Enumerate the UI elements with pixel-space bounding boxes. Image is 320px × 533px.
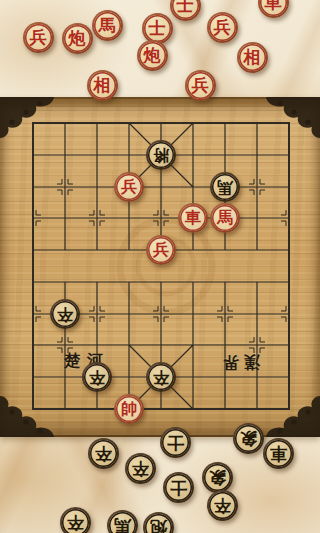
piece-glyph: 兵 <box>30 29 47 46</box>
captured-piece-black: 象 <box>202 462 233 493</box>
game-screen: 楚河 漢界 將兵馬車馬兵卒卒卒帥 兵炮馬士士兵車炮相相兵卒士象車卒士象卒卒馬炮 <box>0 0 320 533</box>
captured-piece-red: 車 <box>258 0 289 18</box>
piece-glyph: 卒 <box>57 306 73 322</box>
captured-piece-black: 卒 <box>88 438 119 469</box>
piece-face: 炮 <box>139 42 166 69</box>
piece-face: 士 <box>162 429 189 456</box>
piece-face: 相 <box>239 44 266 71</box>
piece-glyph: 象 <box>209 469 226 486</box>
piece-glyph: 炮 <box>150 519 167 533</box>
piece-face: 馬 <box>94 12 121 39</box>
captured-piece-red: 兵 <box>185 70 216 101</box>
piece-face: 馬 <box>212 205 238 231</box>
piece-face: 卒 <box>62 509 89 533</box>
board-piece-black[interactable]: 卒 <box>82 362 112 392</box>
piece-glyph: 兵 <box>153 242 169 258</box>
piece-glyph: 馬 <box>99 17 116 34</box>
captured-piece-red: 士 <box>142 13 173 44</box>
piece-glyph: 兵 <box>121 179 137 195</box>
piece-glyph: 卒 <box>214 497 231 514</box>
piece-glyph: 炮 <box>69 30 86 47</box>
piece-glyph: 馬 <box>114 517 131 533</box>
captured-piece-red: 炮 <box>137 40 168 71</box>
board-piece-black[interactable]: 卒 <box>146 362 176 392</box>
piece-glyph: 卒 <box>89 369 105 385</box>
piece-glyph: 卒 <box>95 445 112 462</box>
piece-glyph: 相 <box>94 77 111 94</box>
piece-face: 卒 <box>148 364 174 390</box>
captured-piece-red: 士 <box>170 0 201 21</box>
board-piece-black[interactable]: 卒 <box>50 299 80 329</box>
piece-face: 將 <box>148 142 174 168</box>
piece-face: 炮 <box>145 514 172 533</box>
piece-glyph: 馬 <box>217 179 233 195</box>
piece-face: 兵 <box>25 24 52 51</box>
piece-glyph: 士 <box>149 20 166 37</box>
corner-ornament-bottom-right <box>266 396 320 437</box>
piece-face: 士 <box>165 474 192 501</box>
piece-glyph: 士 <box>167 434 184 451</box>
piece-glyph: 士 <box>170 479 187 496</box>
captured-piece-red: 炮 <box>62 23 93 54</box>
captured-piece-black: 卒 <box>125 453 156 484</box>
river-watermark <box>120 220 212 312</box>
captured-piece-black: 士 <box>163 472 194 503</box>
piece-face: 卒 <box>90 440 117 467</box>
captured-piece-red: 馬 <box>92 10 123 41</box>
captured-piece-red: 相 <box>237 42 268 73</box>
board-piece-red[interactable]: 帥 <box>114 394 144 424</box>
piece-face: 炮 <box>64 25 91 52</box>
piece-glyph: 車 <box>270 445 287 462</box>
board-piece-red[interactable]: 兵 <box>146 235 176 265</box>
piece-face: 車 <box>180 205 206 231</box>
captured-piece-red: 相 <box>87 70 118 101</box>
piece-face: 車 <box>260 0 287 16</box>
piece-glyph: 象 <box>240 430 257 447</box>
piece-glyph: 將 <box>153 147 169 163</box>
piece-face: 卒 <box>127 455 154 482</box>
piece-face: 卒 <box>52 301 78 327</box>
piece-face: 帥 <box>116 396 142 422</box>
captured-piece-red: 兵 <box>207 12 238 43</box>
piece-face: 士 <box>144 15 171 42</box>
piece-glyph: 卒 <box>153 369 169 385</box>
captured-piece-red: 兵 <box>23 22 54 53</box>
piece-glyph: 相 <box>244 49 261 66</box>
piece-glyph: 帥 <box>121 401 137 417</box>
captured-piece-black: 士 <box>160 427 191 458</box>
piece-face: 兵 <box>116 174 142 200</box>
captured-piece-black: 卒 <box>207 490 238 521</box>
board-piece-black[interactable]: 馬 <box>210 172 240 202</box>
piece-face: 兵 <box>148 237 174 263</box>
piece-face: 車 <box>265 440 292 467</box>
piece-glyph: 炮 <box>144 47 161 64</box>
board-piece-red[interactable]: 馬 <box>210 203 240 233</box>
corner-ornament-top-left <box>0 97 54 138</box>
piece-glyph: 士 <box>177 0 194 14</box>
piece-face: 兵 <box>187 72 214 99</box>
piece-face: 兵 <box>209 14 236 41</box>
river-label-right: 漢界 <box>218 351 260 372</box>
piece-face: 卒 <box>209 492 236 519</box>
piece-glyph: 卒 <box>132 460 149 477</box>
captured-piece-black: 象 <box>233 423 264 454</box>
corner-ornament-bottom-left <box>0 396 54 437</box>
corner-ornament-top-right <box>266 97 320 138</box>
piece-face: 馬 <box>109 512 136 533</box>
piece-face: 卒 <box>84 364 110 390</box>
board-piece-black[interactable]: 將 <box>146 140 176 170</box>
captured-piece-black: 車 <box>263 438 294 469</box>
piece-glyph: 馬 <box>217 210 233 226</box>
captured-piece-black: 炮 <box>143 512 174 533</box>
board-piece-red[interactable]: 車 <box>178 203 208 233</box>
board-piece-red[interactable]: 兵 <box>114 172 144 202</box>
captured-piece-black: 馬 <box>107 510 138 533</box>
piece-glyph: 兵 <box>214 19 231 36</box>
piece-glyph: 車 <box>185 210 201 226</box>
captured-piece-black: 卒 <box>60 507 91 533</box>
piece-face: 士 <box>172 0 199 19</box>
piece-face: 象 <box>204 464 231 491</box>
piece-glyph: 車 <box>265 0 282 11</box>
piece-glyph: 卒 <box>67 514 84 531</box>
piece-face: 象 <box>235 425 262 452</box>
piece-face: 相 <box>89 72 116 99</box>
piece-glyph: 兵 <box>192 77 209 94</box>
piece-face: 馬 <box>212 174 238 200</box>
